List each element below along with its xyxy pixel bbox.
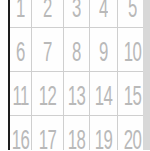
worksheet-page: 1234567891011121314151617181920 <box>0 0 150 150</box>
tracing-table: 1234567891011121314151617181920 <box>8 0 143 150</box>
tracing-grid: 1234567891011121314151617181920 <box>10 0 141 150</box>
grid-cell: 14 <box>90 72 118 116</box>
cell-number: 4 <box>99 0 108 22</box>
page-edge-shadow <box>143 0 150 150</box>
grid-cell: 2 <box>32 0 64 28</box>
cell-number: 1 <box>16 0 25 22</box>
grid-cell: 19 <box>90 116 118 150</box>
grid-cell: 8 <box>64 28 90 72</box>
cell-number: 13 <box>68 82 85 110</box>
grid-cell: 7 <box>32 28 64 72</box>
grid-cell: 9 <box>90 28 118 72</box>
grid-cell: 13 <box>64 72 90 116</box>
cell-number: 19 <box>95 126 112 151</box>
grid-cell: 12 <box>32 72 64 116</box>
grid-cell: 11 <box>10 72 32 116</box>
cell-number: 9 <box>99 38 108 66</box>
grid-cell: 18 <box>64 116 90 150</box>
cell-number: 7 <box>43 38 52 66</box>
cell-number: 8 <box>72 38 81 66</box>
cell-number: 16 <box>12 126 29 151</box>
grid-cell: 6 <box>10 28 32 72</box>
cell-number: 15 <box>124 82 141 110</box>
cell-number: 20 <box>124 126 141 151</box>
grid-cell: 4 <box>90 0 118 28</box>
grid-cell: 1 <box>10 0 32 28</box>
cell-number: 18 <box>68 126 85 151</box>
grid-cell: 16 <box>10 116 32 150</box>
cell-number: 10 <box>124 38 141 66</box>
cell-number: 5 <box>128 0 137 22</box>
cell-number: 2 <box>43 0 52 22</box>
cell-number: 14 <box>95 82 112 110</box>
cell-number: 17 <box>39 126 56 151</box>
grid-cell: 3 <box>64 0 90 28</box>
cell-number: 3 <box>72 0 81 22</box>
grid-cell: 17 <box>32 116 64 150</box>
cell-number: 11 <box>12 82 28 110</box>
cell-number: 12 <box>39 82 56 110</box>
cell-number: 6 <box>16 38 25 66</box>
